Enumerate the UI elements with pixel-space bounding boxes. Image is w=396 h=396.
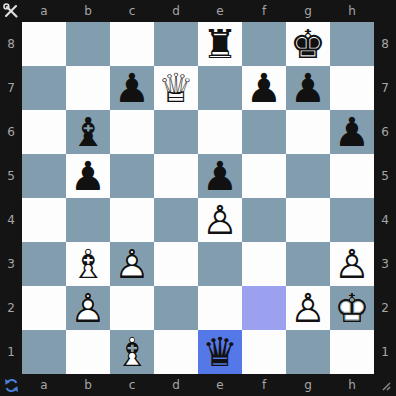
piece-glyph: ♗ <box>110 330 154 374</box>
rank-label-2-left: 2 <box>0 286 22 330</box>
rank-label-7-left: 7 <box>0 66 22 110</box>
white-bishop-c1[interactable]: ♝♗ <box>110 330 154 374</box>
file-label-h-bottom: h <box>330 374 374 396</box>
piece-glyph: ♟ <box>242 66 286 110</box>
piece-glyph: ♙ <box>330 242 374 286</box>
square-e4[interactable]: ♟♙ <box>198 198 242 242</box>
rank-label-7-right: 7 <box>374 66 396 110</box>
chess-board: ♜♚♟♛♕♟♟♝♟♟♟♟♙♝♗♟♙♟♙♟♙♟♙♚♔♝♗♛ <box>22 22 374 374</box>
black-pawn-b5[interactable]: ♟ <box>66 154 110 198</box>
rank-label-6-right: 6 <box>374 110 396 154</box>
rank-label-8-left: 8 <box>0 22 22 66</box>
square-f7[interactable]: ♟ <box>242 66 286 110</box>
square-a3[interactable] <box>22 242 66 286</box>
rank-label-4-left: 4 <box>0 198 22 242</box>
file-label-e-bottom: e <box>198 374 242 396</box>
file-label-a-top: a <box>22 0 66 22</box>
chess-board-frame: abcdefgh abcdefgh 87654321 87654321 ♜♚♟♛… <box>0 0 396 396</box>
square-h6[interactable]: ♟ <box>330 110 374 154</box>
square-c3[interactable]: ♟♙ <box>110 242 154 286</box>
square-c8[interactable] <box>110 22 154 66</box>
square-f5[interactable] <box>242 154 286 198</box>
refresh-button[interactable] <box>0 374 22 396</box>
square-h5[interactable] <box>330 154 374 198</box>
square-g7[interactable]: ♟ <box>286 66 330 110</box>
file-labels-bottom: abcdefgh <box>22 374 374 396</box>
file-label-a-bottom: a <box>22 374 66 396</box>
file-label-d-bottom: d <box>154 374 198 396</box>
file-label-f-top: f <box>242 0 286 22</box>
square-c5[interactable] <box>110 154 154 198</box>
rank-label-2-right: 2 <box>374 286 396 330</box>
square-e6[interactable] <box>198 110 242 154</box>
square-b2[interactable]: ♟♙ <box>66 286 110 330</box>
square-e5[interactable]: ♟ <box>198 154 242 198</box>
black-pawn-e5[interactable]: ♟ <box>198 154 242 198</box>
square-h4[interactable] <box>330 198 374 242</box>
square-h3[interactable]: ♟♙ <box>330 242 374 286</box>
square-g3[interactable] <box>286 242 330 286</box>
square-d4[interactable] <box>154 198 198 242</box>
square-g1[interactable] <box>286 330 330 374</box>
piece-glyph: ♟ <box>198 154 242 198</box>
square-a5[interactable] <box>22 154 66 198</box>
file-label-e-top: e <box>198 0 242 22</box>
square-g4[interactable] <box>286 198 330 242</box>
black-pawn-c7[interactable]: ♟ <box>110 66 154 110</box>
black-queen-e1[interactable]: ♛ <box>198 330 242 374</box>
piece-glyph: ♟ <box>286 66 330 110</box>
refresh-icon <box>4 378 19 393</box>
rank-labels-right: 87654321 <box>374 22 396 374</box>
square-g8[interactable]: ♚ <box>286 22 330 66</box>
square-d8[interactable] <box>154 22 198 66</box>
square-a4[interactable] <box>22 198 66 242</box>
square-h2[interactable]: ♚♔ <box>330 286 374 330</box>
resize-grip-icon <box>378 378 392 392</box>
file-label-b-top: b <box>66 0 110 22</box>
white-queen-d7[interactable]: ♛♕ <box>154 66 198 110</box>
square-e8[interactable]: ♜ <box>198 22 242 66</box>
square-f6[interactable] <box>242 110 286 154</box>
rank-label-3-right: 3 <box>374 242 396 286</box>
file-label-d-top: d <box>154 0 198 22</box>
piece-glyph: ♗ <box>66 242 110 286</box>
square-f4[interactable] <box>242 198 286 242</box>
rank-label-1-right: 1 <box>374 330 396 374</box>
piece-glyph: ♜ <box>198 22 242 66</box>
square-f2[interactable] <box>242 286 286 330</box>
piece-glyph: ♙ <box>66 286 110 330</box>
white-pawn-g2[interactable]: ♟♙ <box>286 286 330 330</box>
square-a1[interactable] <box>22 330 66 374</box>
file-label-h-top: h <box>330 0 374 22</box>
square-b7[interactable] <box>66 66 110 110</box>
piece-glyph: ♙ <box>110 242 154 286</box>
square-e2[interactable] <box>198 286 242 330</box>
white-bishop-b3[interactable]: ♝♗ <box>66 242 110 286</box>
square-b6[interactable]: ♝ <box>66 110 110 154</box>
square-b4[interactable] <box>66 198 110 242</box>
piece-glyph: ♔ <box>330 286 374 330</box>
square-c6[interactable] <box>110 110 154 154</box>
square-e1[interactable]: ♛ <box>198 330 242 374</box>
piece-glyph: ♝ <box>66 110 110 154</box>
piece-glyph: ♕ <box>154 66 198 110</box>
square-b5[interactable]: ♟ <box>66 154 110 198</box>
square-d2[interactable] <box>154 286 198 330</box>
tools-button[interactable] <box>0 0 22 22</box>
piece-glyph: ♟ <box>110 66 154 110</box>
square-e3[interactable] <box>198 242 242 286</box>
square-c1[interactable]: ♝♗ <box>110 330 154 374</box>
square-c4[interactable] <box>110 198 154 242</box>
white-pawn-b2[interactable]: ♟♙ <box>66 286 110 330</box>
black-king-g8[interactable]: ♚ <box>286 22 330 66</box>
tools-icon <box>3 3 19 19</box>
black-pawn-g7[interactable]: ♟ <box>286 66 330 110</box>
square-d5[interactable] <box>154 154 198 198</box>
square-b8[interactable] <box>66 22 110 66</box>
piece-glyph: ♚ <box>286 22 330 66</box>
file-label-c-top: c <box>110 0 154 22</box>
piece-glyph: ♟ <box>66 154 110 198</box>
white-pawn-h3[interactable]: ♟♙ <box>330 242 374 286</box>
black-pawn-h6[interactable]: ♟ <box>330 110 374 154</box>
square-h7[interactable] <box>330 66 374 110</box>
file-label-f-bottom: f <box>242 374 286 396</box>
file-label-c-bottom: c <box>110 374 154 396</box>
square-g5[interactable] <box>286 154 330 198</box>
square-c2[interactable] <box>110 286 154 330</box>
rank-labels-left: 87654321 <box>0 22 22 374</box>
resize-grip[interactable] <box>374 374 396 396</box>
square-b3[interactable]: ♝♗ <box>66 242 110 286</box>
square-g6[interactable] <box>286 110 330 154</box>
file-labels-top: abcdefgh <box>22 0 374 22</box>
square-h8[interactable] <box>330 22 374 66</box>
square-g2[interactable]: ♟♙ <box>286 286 330 330</box>
square-e7[interactable] <box>198 66 242 110</box>
rank-label-5-left: 5 <box>0 154 22 198</box>
square-d6[interactable] <box>154 110 198 154</box>
square-d3[interactable] <box>154 242 198 286</box>
piece-glyph: ♟ <box>330 110 374 154</box>
square-a8[interactable] <box>22 22 66 66</box>
black-pawn-f7[interactable]: ♟ <box>242 66 286 110</box>
file-label-b-bottom: b <box>66 374 110 396</box>
black-rook-e8[interactable]: ♜ <box>198 22 242 66</box>
file-label-g-top: g <box>286 0 330 22</box>
rank-label-8-right: 8 <box>374 22 396 66</box>
square-b1[interactable] <box>66 330 110 374</box>
white-pawn-c3[interactable]: ♟♙ <box>110 242 154 286</box>
piece-glyph: ♛ <box>198 330 242 374</box>
black-bishop-b6[interactable]: ♝ <box>66 110 110 154</box>
square-a7[interactable] <box>22 66 66 110</box>
square-a6[interactable] <box>22 110 66 154</box>
square-c7[interactable]: ♟ <box>110 66 154 110</box>
file-label-g-bottom: g <box>286 374 330 396</box>
square-f8[interactable] <box>242 22 286 66</box>
square-a2[interactable] <box>22 286 66 330</box>
piece-glyph: ♙ <box>198 198 242 242</box>
rank-label-3-left: 3 <box>0 242 22 286</box>
rank-label-5-right: 5 <box>374 154 396 198</box>
rank-label-4-right: 4 <box>374 198 396 242</box>
white-pawn-e4[interactable]: ♟♙ <box>198 198 242 242</box>
square-d1[interactable] <box>154 330 198 374</box>
square-f3[interactable] <box>242 242 286 286</box>
square-f1[interactable] <box>242 330 286 374</box>
square-d7[interactable]: ♛♕ <box>154 66 198 110</box>
white-king-h2[interactable]: ♚♔ <box>330 286 374 330</box>
piece-glyph: ♙ <box>286 286 330 330</box>
rank-label-6-left: 6 <box>0 110 22 154</box>
square-h1[interactable] <box>330 330 374 374</box>
rank-label-1-left: 1 <box>0 330 22 374</box>
